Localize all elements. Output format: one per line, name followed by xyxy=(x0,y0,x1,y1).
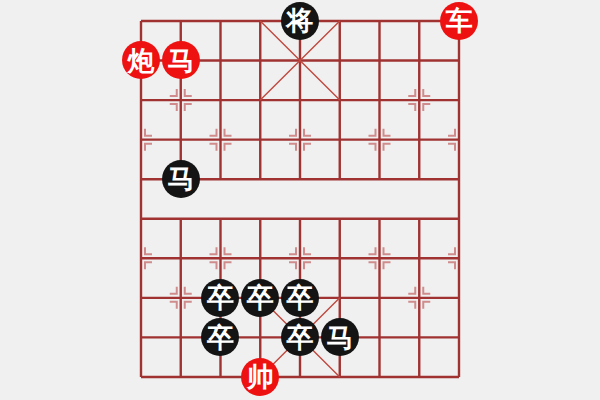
piece-black-pawn-1[interactable]: 卒 xyxy=(201,279,239,317)
piece-black-pawn-5[interactable]: 卒 xyxy=(281,318,319,356)
piece-black-pawn-4[interactable]: 卒 xyxy=(201,318,239,356)
piece-red-chariot[interactable]: 车 xyxy=(440,2,478,40)
piece-black-pawn-3[interactable]: 卒 xyxy=(281,279,319,317)
board-surface[interactable]: 将车炮马马卒卒卒卒卒马帅 xyxy=(121,1,479,396)
piece-black-general[interactable]: 将 xyxy=(281,2,319,40)
piece-red-cannon[interactable]: 炮 xyxy=(122,41,160,79)
piece-red-general[interactable]: 帅 xyxy=(241,358,279,396)
piece-black-pawn-2[interactable]: 卒 xyxy=(241,279,279,317)
xiangqi-diagram: 将车炮马马卒卒卒卒卒马帅 xyxy=(0,0,600,400)
piece-black-horse-1[interactable]: 马 xyxy=(162,160,200,198)
piece-red-horse[interactable]: 马 xyxy=(162,41,200,79)
piece-black-horse-2[interactable]: 马 xyxy=(321,318,359,356)
